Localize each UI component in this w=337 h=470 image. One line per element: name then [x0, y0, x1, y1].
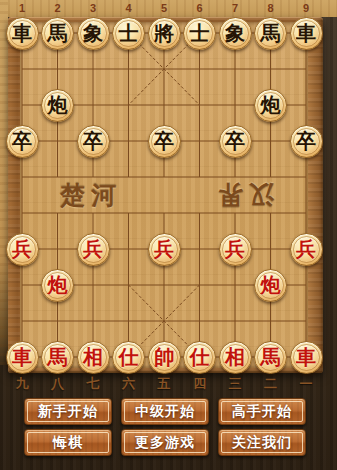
file-number-top: 8 [267, 2, 273, 14]
piece-glyph: 帥 [154, 347, 174, 367]
piece-glyph: 士 [119, 23, 139, 43]
piece-glyph: 馬 [261, 347, 281, 367]
file-number-top: 9 [303, 2, 309, 14]
piece-red-cannon[interactable]: 炮 [254, 269, 287, 302]
piece-glyph: 車 [12, 23, 32, 43]
piece-red-advisor[interactable]: 仕 [183, 341, 216, 374]
playfield[interactable]: 楚河 汉界 車馬象士將士象馬車炮炮卒卒卒卒卒兵兵兵兵兵炮炮車馬相仕帥仕相馬車 [20, 22, 308, 368]
file-number-bottom: 一 [300, 375, 313, 393]
piece-red-general[interactable]: 帥 [148, 341, 181, 374]
piece-red-soldier[interactable]: 兵 [6, 233, 39, 266]
piece-red-chariot[interactable]: 車 [290, 341, 323, 374]
piece-glyph: 士 [190, 23, 210, 43]
piece-red-horse[interactable]: 馬 [254, 341, 287, 374]
xiangqi-board-frame: 楚河 汉界 車馬象士將士象馬車炮炮卒卒卒卒卒兵兵兵兵兵炮炮車馬相仕帥仕相馬車 [8, 17, 323, 373]
piece-black-soldier[interactable]: 卒 [6, 125, 39, 158]
piece-red-soldier[interactable]: 兵 [219, 233, 252, 266]
piece-red-elephant[interactable]: 相 [219, 341, 252, 374]
file-number-bottom: 八 [51, 375, 64, 393]
piece-glyph: 卒 [154, 131, 174, 151]
button-follow-us[interactable]: 关注我们 [218, 429, 306, 456]
piece-glyph: 將 [154, 23, 174, 43]
file-number-bottom: 三 [229, 375, 242, 393]
piece-black-horse[interactable]: 馬 [254, 17, 287, 50]
piece-red-soldier[interactable]: 兵 [290, 233, 323, 266]
menu-row-1: 新手开始 中级开始 高手开始 [24, 398, 306, 425]
piece-black-elephant[interactable]: 象 [219, 17, 252, 50]
piece-red-horse[interactable]: 馬 [41, 341, 74, 374]
piece-red-elephant[interactable]: 相 [77, 341, 110, 374]
file-number-bottom: 六 [122, 375, 135, 393]
piece-black-general[interactable]: 將 [148, 17, 181, 50]
button-beginner-start[interactable]: 新手开始 [24, 398, 112, 425]
top-coordinates: 123456789 [0, 0, 337, 17]
button-expert-start[interactable]: 高手开始 [218, 398, 306, 425]
piece-glyph: 炮 [48, 95, 68, 115]
piece-glyph: 卒 [225, 131, 245, 151]
bottom-coordinates: 九八七六五四三二一 [0, 374, 337, 392]
file-number-bottom: 四 [193, 375, 206, 393]
piece-glyph: 相 [225, 347, 245, 367]
file-number-bottom: 五 [158, 375, 171, 393]
menu: 新手开始 中级开始 高手开始 悔棋 更多游戏 关注我们 [24, 398, 306, 460]
piece-glyph: 仕 [190, 347, 210, 367]
piece-glyph: 卒 [296, 131, 316, 151]
piece-black-chariot[interactable]: 車 [290, 17, 323, 50]
piece-red-soldier[interactable]: 兵 [148, 233, 181, 266]
menu-row-2: 悔棋 更多游戏 关注我们 [24, 429, 306, 456]
piece-glyph: 兵 [12, 239, 32, 259]
file-number-top: 7 [232, 2, 238, 14]
piece-glyph: 車 [296, 23, 316, 43]
piece-black-horse[interactable]: 馬 [41, 17, 74, 50]
piece-black-advisor[interactable]: 士 [112, 17, 145, 50]
piece-glyph: 仕 [119, 347, 139, 367]
piece-glyph: 馬 [48, 23, 68, 43]
file-number-top: 2 [54, 2, 60, 14]
piece-glyph: 炮 [48, 275, 68, 295]
piece-red-chariot[interactable]: 車 [6, 341, 39, 374]
piece-black-soldier[interactable]: 卒 [77, 125, 110, 158]
piece-glyph: 象 [83, 23, 103, 43]
piece-black-soldier[interactable]: 卒 [148, 125, 181, 158]
piece-black-cannon[interactable]: 炮 [41, 89, 74, 122]
file-number-top: 1 [19, 2, 25, 14]
piece-glyph: 兵 [225, 239, 245, 259]
piece-glyph: 馬 [261, 23, 281, 43]
piece-black-soldier[interactable]: 卒 [219, 125, 252, 158]
piece-black-elephant[interactable]: 象 [77, 17, 110, 50]
piece-black-advisor[interactable]: 士 [183, 17, 216, 50]
file-number-top: 4 [125, 2, 131, 14]
piece-glyph: 相 [83, 347, 103, 367]
piece-black-soldier[interactable]: 卒 [290, 125, 323, 158]
piece-glyph: 車 [12, 347, 32, 367]
file-number-top: 3 [90, 2, 96, 14]
piece-glyph: 馬 [48, 347, 68, 367]
piece-black-chariot[interactable]: 車 [6, 17, 39, 50]
board-grid [20, 22, 308, 368]
file-number-top: 5 [161, 2, 167, 14]
xiangqi-game-screen: 123456789 楚河 汉界 車馬象士將士象馬車炮炮卒卒卒卒卒兵兵兵兵兵炮炮車… [0, 0, 337, 470]
piece-glyph: 炮 [261, 275, 281, 295]
piece-red-cannon[interactable]: 炮 [41, 269, 74, 302]
file-number-bottom: 七 [87, 375, 100, 393]
piece-glyph: 卒 [12, 131, 32, 151]
piece-glyph: 兵 [296, 239, 316, 259]
piece-glyph: 炮 [261, 95, 281, 115]
file-number-bottom: 九 [16, 375, 29, 393]
piece-glyph: 象 [225, 23, 245, 43]
button-undo-move[interactable]: 悔棋 [24, 429, 112, 456]
piece-glyph: 車 [296, 347, 316, 367]
piece-glyph: 卒 [83, 131, 103, 151]
button-more-games[interactable]: 更多游戏 [121, 429, 209, 456]
piece-red-soldier[interactable]: 兵 [77, 233, 110, 266]
piece-glyph: 兵 [154, 239, 174, 259]
piece-black-cannon[interactable]: 炮 [254, 89, 287, 122]
piece-glyph: 兵 [83, 239, 103, 259]
piece-red-advisor[interactable]: 仕 [112, 341, 145, 374]
left-wood-strip [0, 0, 8, 365]
button-intermediate-start[interactable]: 中级开始 [121, 398, 209, 425]
file-number-top: 6 [196, 2, 202, 14]
file-number-bottom: 二 [264, 375, 277, 393]
